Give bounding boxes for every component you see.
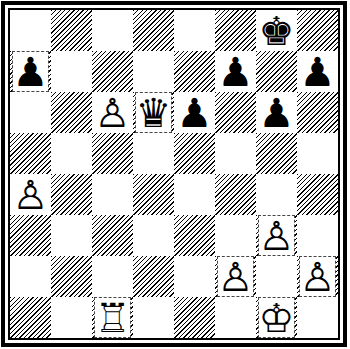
square-b8[interactable]	[51, 10, 92, 51]
square-h3[interactable]	[297, 215, 338, 256]
square-d1[interactable]	[133, 297, 174, 338]
square-g3[interactable]: ♙	[256, 215, 297, 256]
square-b7[interactable]	[51, 51, 92, 92]
square-g2[interactable]	[256, 256, 297, 297]
square-e7[interactable]	[174, 51, 215, 92]
square-c1[interactable]: ♖	[92, 297, 133, 338]
square-h4[interactable]	[297, 174, 338, 215]
white-pawn: ♙	[95, 93, 131, 133]
black-queen: ♛	[135, 92, 172, 133]
square-f6[interactable]	[215, 92, 256, 133]
square-c4[interactable]	[92, 174, 133, 215]
chess-board: ♚♟♟♟♙♛♟♟♙♙♙♙♖♔	[10, 10, 338, 338]
square-f8[interactable]	[215, 10, 256, 51]
square-c8[interactable]	[92, 10, 133, 51]
square-e6[interactable]: ♟	[174, 92, 215, 133]
square-h6[interactable]	[297, 92, 338, 133]
square-a8[interactable]	[10, 10, 51, 51]
black-pawn: ♟	[218, 52, 254, 92]
square-a3[interactable]	[10, 215, 51, 256]
square-c7[interactable]	[92, 51, 133, 92]
black-king: ♚	[259, 11, 295, 51]
board-outer-border: ♚♟♟♟♙♛♟♟♙♙♙♙♖♔	[1, 1, 347, 347]
square-c6[interactable]: ♙	[92, 92, 133, 133]
square-g1[interactable]: ♔	[256, 297, 297, 338]
square-e8[interactable]	[174, 10, 215, 51]
square-d5[interactable]	[133, 133, 174, 174]
square-h5[interactable]	[297, 133, 338, 174]
square-h8[interactable]	[297, 10, 338, 51]
square-f5[interactable]	[215, 133, 256, 174]
black-pawn: ♟	[12, 51, 49, 92]
square-g4[interactable]	[256, 174, 297, 215]
square-f1[interactable]	[215, 297, 256, 338]
square-a1[interactable]	[10, 297, 51, 338]
square-d3[interactable]	[133, 215, 174, 256]
square-c2[interactable]	[92, 256, 133, 297]
square-b6[interactable]	[51, 92, 92, 133]
square-b5[interactable]	[51, 133, 92, 174]
square-e4[interactable]	[174, 174, 215, 215]
square-g5[interactable]	[256, 133, 297, 174]
square-f4[interactable]	[215, 174, 256, 215]
square-a7[interactable]: ♟	[10, 51, 51, 92]
square-g8[interactable]: ♚	[256, 10, 297, 51]
white-king: ♔	[258, 297, 295, 338]
white-rook: ♖	[94, 297, 131, 338]
square-e3[interactable]	[174, 215, 215, 256]
square-e1[interactable]	[174, 297, 215, 338]
chess-diagram: ♚♟♟♟♙♛♟♟♙♙♙♙♖♔	[1, 1, 347, 347]
square-b3[interactable]	[51, 215, 92, 256]
square-d2[interactable]	[133, 256, 174, 297]
square-d4[interactable]	[133, 174, 174, 215]
black-pawn: ♟	[259, 93, 295, 133]
black-pawn: ♟	[177, 93, 213, 133]
square-h2[interactable]: ♙	[297, 256, 338, 297]
square-g7[interactable]	[256, 51, 297, 92]
square-b1[interactable]	[51, 297, 92, 338]
square-g6[interactable]: ♟	[256, 92, 297, 133]
square-d7[interactable]	[133, 51, 174, 92]
square-f3[interactable]	[215, 215, 256, 256]
square-f7[interactable]: ♟	[215, 51, 256, 92]
square-f2[interactable]: ♙	[215, 256, 256, 297]
square-d6[interactable]: ♛	[133, 92, 174, 133]
white-pawn: ♙	[299, 256, 336, 297]
square-a5[interactable]	[10, 133, 51, 174]
square-b4[interactable]	[51, 174, 92, 215]
black-pawn: ♟	[300, 52, 336, 92]
white-pawn: ♙	[258, 215, 295, 256]
square-a4[interactable]: ♙	[10, 174, 51, 215]
square-d8[interactable]	[133, 10, 174, 51]
square-e5[interactable]	[174, 133, 215, 174]
square-e2[interactable]	[174, 256, 215, 297]
square-a2[interactable]	[10, 256, 51, 297]
square-h7[interactable]: ♟	[297, 51, 338, 92]
square-c3[interactable]	[92, 215, 133, 256]
white-pawn: ♙	[217, 256, 254, 297]
square-h1[interactable]	[297, 297, 338, 338]
square-b2[interactable]	[51, 256, 92, 297]
board-inner-border: ♚♟♟♟♙♛♟♟♙♙♙♙♖♔	[8, 8, 340, 340]
white-pawn: ♙	[13, 175, 49, 215]
square-c5[interactable]	[92, 133, 133, 174]
square-a6[interactable]	[10, 92, 51, 133]
